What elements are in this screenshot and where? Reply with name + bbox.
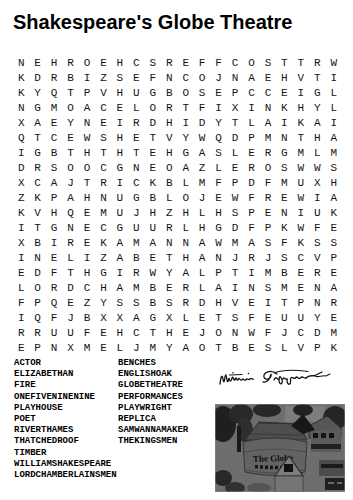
- grid-cell[interactable]: Q: [46, 295, 62, 310]
- grid-cell[interactable]: X: [13, 235, 29, 250]
- grid-cell[interactable]: T: [62, 265, 78, 280]
- grid-cell[interactable]: C: [46, 130, 62, 145]
- grid-cell[interactable]: E: [260, 310, 276, 325]
- grid-cell[interactable]: I: [13, 310, 29, 325]
- grid-cell[interactable]: A: [326, 190, 342, 205]
- grid-cell[interactable]: D: [227, 130, 243, 145]
- grid-cell[interactable]: D: [145, 115, 161, 130]
- grid-cell[interactable]: O: [79, 160, 95, 175]
- grid-cell[interactable]: V: [227, 295, 243, 310]
- grid-cell[interactable]: K: [13, 70, 29, 85]
- grid-cell[interactable]: O: [79, 55, 95, 70]
- grid-cell[interactable]: H: [161, 145, 177, 160]
- grid-cell[interactable]: C: [29, 175, 45, 190]
- grid-cell[interactable]: U: [46, 325, 62, 340]
- grid-cell[interactable]: M: [128, 235, 144, 250]
- grid-cell[interactable]: Y: [161, 265, 177, 280]
- grid-cell[interactable]: R: [161, 55, 177, 70]
- grid-cell[interactable]: A: [243, 70, 259, 85]
- grid-cell[interactable]: U: [293, 175, 309, 190]
- grid-cell[interactable]: R: [161, 100, 177, 115]
- grid-cell[interactable]: L: [128, 100, 144, 115]
- grid-cell[interactable]: A: [326, 280, 342, 295]
- grid-cell[interactable]: D: [227, 220, 243, 235]
- grid-cell[interactable]: N: [13, 100, 29, 115]
- grid-cell[interactable]: I: [326, 70, 342, 85]
- grid-cell[interactable]: X: [13, 115, 29, 130]
- grid-cell[interactable]: V: [29, 205, 45, 220]
- grid-cell[interactable]: H: [326, 175, 342, 190]
- grid-cell[interactable]: P: [326, 250, 342, 265]
- grid-cell[interactable]: F: [260, 175, 276, 190]
- grid-cell[interactable]: H: [112, 55, 128, 70]
- grid-cell[interactable]: E: [95, 340, 111, 355]
- grid-cell[interactable]: H: [46, 205, 62, 220]
- grid-cell[interactable]: E: [46, 250, 62, 265]
- grid-cell[interactable]: D: [309, 325, 325, 340]
- grid-cell[interactable]: H: [293, 100, 309, 115]
- grid-cell[interactable]: M: [326, 325, 342, 340]
- grid-cell[interactable]: E: [29, 55, 45, 70]
- grid-cell[interactable]: O: [29, 280, 45, 295]
- grid-cell[interactable]: Y: [309, 100, 325, 115]
- grid-cell[interactable]: T: [276, 295, 292, 310]
- grid-cell[interactable]: G: [276, 145, 292, 160]
- grid-cell[interactable]: K: [13, 205, 29, 220]
- grid-cell[interactable]: E: [79, 220, 95, 235]
- grid-cell[interactable]: T: [29, 220, 45, 235]
- grid-cell[interactable]: P: [260, 220, 276, 235]
- grid-cell[interactable]: Q: [29, 310, 45, 325]
- grid-cell[interactable]: W: [79, 130, 95, 145]
- grid-cell[interactable]: I: [13, 250, 29, 265]
- grid-cell[interactable]: R: [62, 235, 78, 250]
- grid-cell[interactable]: R: [46, 280, 62, 295]
- grid-cell[interactable]: H: [79, 145, 95, 160]
- grid-cell[interactable]: M: [128, 280, 144, 295]
- grid-cell[interactable]: D: [13, 160, 29, 175]
- grid-cell[interactable]: D: [62, 280, 78, 295]
- grid-cell[interactable]: M: [260, 265, 276, 280]
- grid-cell[interactable]: E: [243, 145, 259, 160]
- grid-cell[interactable]: P: [227, 85, 243, 100]
- grid-cell[interactable]: R: [243, 250, 259, 265]
- grid-cell[interactable]: T: [161, 250, 177, 265]
- grid-cell[interactable]: W: [293, 160, 309, 175]
- grid-cell[interactable]: S: [112, 295, 128, 310]
- grid-cell[interactable]: K: [276, 100, 292, 115]
- grid-cell[interactable]: G: [112, 220, 128, 235]
- grid-cell[interactable]: C: [95, 220, 111, 235]
- grid-cell[interactable]: E: [276, 190, 292, 205]
- grid-cell[interactable]: H: [276, 70, 292, 85]
- grid-cell[interactable]: L: [178, 310, 194, 325]
- grid-cell[interactable]: I: [79, 70, 95, 85]
- grid-cell[interactable]: S: [260, 280, 276, 295]
- grid-cell[interactable]: W: [243, 325, 259, 340]
- grid-cell[interactable]: B: [276, 265, 292, 280]
- grid-cell[interactable]: N: [128, 160, 144, 175]
- grid-cell[interactable]: I: [309, 190, 325, 205]
- grid-cell[interactable]: Z: [95, 70, 111, 85]
- grid-cell[interactable]: L: [227, 145, 243, 160]
- grid-cell[interactable]: F: [145, 70, 161, 85]
- grid-cell[interactable]: D: [29, 70, 45, 85]
- grid-cell[interactable]: K: [326, 340, 342, 355]
- grid-cell[interactable]: M: [194, 175, 210, 190]
- grid-cell[interactable]: C: [128, 175, 144, 190]
- grid-cell[interactable]: K: [293, 115, 309, 130]
- grid-cell[interactable]: U: [293, 310, 309, 325]
- grid-cell[interactable]: F: [309, 220, 325, 235]
- grid-cell[interactable]: E: [293, 265, 309, 280]
- grid-cell[interactable]: B: [161, 85, 177, 100]
- grid-cell[interactable]: F: [13, 295, 29, 310]
- grid-cell[interactable]: O: [194, 70, 210, 85]
- grid-cell[interactable]: U: [112, 205, 128, 220]
- grid-cell[interactable]: H: [95, 280, 111, 295]
- grid-cell[interactable]: T: [178, 100, 194, 115]
- grid-cell[interactable]: V: [293, 340, 309, 355]
- grid-cell[interactable]: E: [276, 85, 292, 100]
- grid-cell[interactable]: T: [79, 175, 95, 190]
- grid-cell[interactable]: A: [178, 265, 194, 280]
- grid-cell[interactable]: E: [178, 55, 194, 70]
- grid-cell[interactable]: R: [243, 160, 259, 175]
- grid-cell[interactable]: R: [13, 325, 29, 340]
- grid-cell[interactable]: E: [210, 190, 226, 205]
- grid-cell[interactable]: R: [128, 115, 144, 130]
- grid-cell[interactable]: A: [326, 130, 342, 145]
- grid-cell[interactable]: Y: [178, 130, 194, 145]
- grid-cell[interactable]: M: [276, 175, 292, 190]
- grid-cell[interactable]: X: [13, 175, 29, 190]
- grid-cell[interactable]: N: [210, 250, 226, 265]
- grid-cell[interactable]: H: [46, 55, 62, 70]
- grid-cell[interactable]: J: [227, 250, 243, 265]
- grid-cell[interactable]: O: [145, 100, 161, 115]
- grid-cell[interactable]: N: [62, 220, 78, 235]
- grid-cell[interactable]: T: [293, 130, 309, 145]
- grid-cell[interactable]: I: [243, 265, 259, 280]
- grid-cell[interactable]: L: [13, 280, 29, 295]
- grid-cell[interactable]: A: [194, 250, 210, 265]
- grid-cell[interactable]: E: [46, 115, 62, 130]
- grid-cell[interactable]: F: [276, 235, 292, 250]
- grid-cell[interactable]: S: [227, 205, 243, 220]
- grid-cell[interactable]: F: [210, 55, 226, 70]
- grid-cell[interactable]: T: [128, 145, 144, 160]
- grid-cell[interactable]: T: [95, 145, 111, 160]
- grid-cell[interactable]: O: [161, 160, 177, 175]
- grid-cell[interactable]: F: [243, 220, 259, 235]
- grid-cell[interactable]: C: [243, 85, 259, 100]
- grid-cell[interactable]: N: [260, 100, 276, 115]
- grid-cell[interactable]: D: [29, 265, 45, 280]
- grid-cell[interactable]: A: [29, 115, 45, 130]
- grid-cell[interactable]: U: [276, 310, 292, 325]
- grid-cell[interactable]: A: [46, 175, 62, 190]
- grid-cell[interactable]: H: [112, 325, 128, 340]
- grid-cell[interactable]: L: [243, 115, 259, 130]
- grid-cell[interactable]: J: [194, 190, 210, 205]
- grid-cell[interactable]: B: [145, 280, 161, 295]
- grid-cell[interactable]: C: [293, 250, 309, 265]
- grid-cell[interactable]: P: [293, 295, 309, 310]
- grid-cell[interactable]: E: [145, 250, 161, 265]
- grid-cell[interactable]: K: [276, 220, 292, 235]
- grid-cell[interactable]: Y: [95, 295, 111, 310]
- grid-cell[interactable]: G: [145, 85, 161, 100]
- grid-cell[interactable]: E: [13, 265, 29, 280]
- grid-cell[interactable]: F: [260, 325, 276, 340]
- grid-cell[interactable]: A: [145, 235, 161, 250]
- grid-cell[interactable]: X: [227, 100, 243, 115]
- grid-cell[interactable]: T: [145, 325, 161, 340]
- grid-cell[interactable]: J: [194, 325, 210, 340]
- grid-cell[interactable]: W: [227, 190, 243, 205]
- grid-cell[interactable]: F: [194, 55, 210, 70]
- grid-cell[interactable]: I: [276, 115, 292, 130]
- grid-cell[interactable]: S: [309, 235, 325, 250]
- grid-cell[interactable]: B: [128, 250, 144, 265]
- grid-cell[interactable]: H: [112, 145, 128, 160]
- grid-cell[interactable]: K: [293, 235, 309, 250]
- grid-cell[interactable]: Z: [95, 250, 111, 265]
- grid-cell[interactable]: E: [194, 310, 210, 325]
- grid-cell[interactable]: G: [178, 145, 194, 160]
- grid-cell[interactable]: T: [210, 310, 226, 325]
- grid-cell[interactable]: I: [13, 220, 29, 235]
- grid-cell[interactable]: B: [62, 70, 78, 85]
- grid-cell[interactable]: A: [112, 250, 128, 265]
- grid-cell[interactable]: L: [62, 250, 78, 265]
- grid-cell[interactable]: M: [260, 130, 276, 145]
- grid-cell[interactable]: M: [326, 145, 342, 160]
- grid-cell[interactable]: G: [128, 190, 144, 205]
- grid-cell[interactable]: E: [293, 280, 309, 295]
- grid-cell[interactable]: O: [62, 160, 78, 175]
- grid-cell[interactable]: E: [145, 160, 161, 175]
- grid-cell[interactable]: D: [243, 175, 259, 190]
- grid-cell[interactable]: O: [178, 85, 194, 100]
- grid-cell[interactable]: F: [243, 190, 259, 205]
- grid-cell[interactable]: O: [243, 55, 259, 70]
- grid-cell[interactable]: X: [112, 310, 128, 325]
- grid-cell[interactable]: B: [145, 190, 161, 205]
- grid-cell[interactable]: T: [62, 85, 78, 100]
- grid-cell[interactable]: Z: [161, 205, 177, 220]
- grid-cell[interactable]: S: [95, 130, 111, 145]
- grid-cell[interactable]: E: [161, 280, 177, 295]
- grid-cell[interactable]: G: [112, 160, 128, 175]
- grid-cell[interactable]: I: [13, 145, 29, 160]
- grid-cell[interactable]: T: [309, 70, 325, 85]
- grid-cell[interactable]: H: [178, 250, 194, 265]
- grid-cell[interactable]: Q: [62, 205, 78, 220]
- grid-cell[interactable]: Y: [161, 340, 177, 355]
- grid-cell[interactable]: S: [227, 310, 243, 325]
- grid-cell[interactable]: T: [62, 145, 78, 160]
- grid-cell[interactable]: L: [276, 340, 292, 355]
- grid-cell[interactable]: M: [227, 235, 243, 250]
- grid-cell[interactable]: I: [112, 265, 128, 280]
- grid-cell[interactable]: T: [210, 340, 226, 355]
- grid-cell[interactable]: H: [79, 190, 95, 205]
- grid-cell[interactable]: L: [194, 265, 210, 280]
- grid-cell[interactable]: P: [243, 130, 259, 145]
- grid-cell[interactable]: S: [260, 340, 276, 355]
- grid-cell[interactable]: K: [326, 205, 342, 220]
- grid-cell[interactable]: R: [260, 145, 276, 160]
- grid-cell[interactable]: N: [13, 55, 29, 70]
- grid-cell[interactable]: H: [145, 205, 161, 220]
- grid-cell[interactable]: U: [309, 205, 325, 220]
- grid-cell[interactable]: V: [309, 250, 325, 265]
- grid-cell[interactable]: Y: [210, 115, 226, 130]
- grid-cell[interactable]: F: [210, 175, 226, 190]
- grid-cell[interactable]: N: [227, 325, 243, 340]
- grid-cell[interactable]: E: [178, 325, 194, 340]
- grid-cell[interactable]: B: [46, 145, 62, 160]
- grid-cell[interactable]: H: [79, 265, 95, 280]
- grid-cell[interactable]: K: [29, 190, 45, 205]
- grid-cell[interactable]: S: [161, 295, 177, 310]
- grid-cell[interactable]: N: [178, 235, 194, 250]
- grid-cell[interactable]: O: [62, 100, 78, 115]
- grid-cell[interactable]: R: [29, 325, 45, 340]
- grid-cell[interactable]: N: [79, 115, 95, 130]
- grid-cell[interactable]: G: [95, 265, 111, 280]
- grid-cell[interactable]: T: [293, 55, 309, 70]
- grid-cell[interactable]: Y: [29, 85, 45, 100]
- grid-cell[interactable]: M: [95, 205, 111, 220]
- grid-cell[interactable]: Y: [62, 115, 78, 130]
- grid-cell[interactable]: H: [210, 205, 226, 220]
- grid-cell[interactable]: N: [243, 280, 259, 295]
- grid-cell[interactable]: O: [178, 190, 194, 205]
- grid-cell[interactable]: E: [243, 340, 259, 355]
- grid-cell[interactable]: P: [46, 190, 62, 205]
- grid-cell[interactable]: U: [128, 220, 144, 235]
- grid-cell[interactable]: I: [293, 85, 309, 100]
- grid-cell[interactable]: S: [112, 70, 128, 85]
- grid-cell[interactable]: G: [309, 85, 325, 100]
- grid-cell[interactable]: L: [178, 220, 194, 235]
- grid-cell[interactable]: E: [62, 295, 78, 310]
- grid-cell[interactable]: C: [79, 280, 95, 295]
- grid-cell[interactable]: O: [260, 160, 276, 175]
- grid-cell[interactable]: G: [29, 100, 45, 115]
- grid-cell[interactable]: D: [194, 295, 210, 310]
- grid-cell[interactable]: O: [210, 325, 226, 340]
- grid-cell[interactable]: S: [326, 235, 342, 250]
- grid-cell[interactable]: I: [326, 115, 342, 130]
- grid-cell[interactable]: J: [210, 70, 226, 85]
- grid-cell[interactable]: N: [309, 295, 325, 310]
- grid-cell[interactable]: J: [128, 340, 144, 355]
- grid-cell[interactable]: C: [293, 325, 309, 340]
- grid-cell[interactable]: N: [29, 250, 45, 265]
- grid-cell[interactable]: R: [178, 280, 194, 295]
- grid-cell[interactable]: I: [260, 295, 276, 310]
- grid-cell[interactable]: T: [227, 115, 243, 130]
- grid-cell[interactable]: E: [62, 130, 78, 145]
- grid-cell[interactable]: E: [95, 115, 111, 130]
- grid-cell[interactable]: E: [112, 100, 128, 115]
- grid-cell[interactable]: T: [145, 130, 161, 145]
- grid-cell[interactable]: E: [210, 85, 226, 100]
- grid-cell[interactable]: D: [194, 115, 210, 130]
- grid-cell[interactable]: I: [112, 115, 128, 130]
- grid-cell[interactable]: P: [309, 340, 325, 355]
- grid-cell[interactable]: A: [194, 235, 210, 250]
- grid-cell[interactable]: N: [46, 340, 62, 355]
- grid-cell[interactable]: I: [243, 100, 259, 115]
- grid-cell[interactable]: J: [128, 205, 144, 220]
- grid-cell[interactable]: M: [145, 340, 161, 355]
- grid-cell[interactable]: W: [326, 55, 342, 70]
- grid-cell[interactable]: C: [227, 55, 243, 70]
- grid-cell[interactable]: E: [95, 325, 111, 340]
- grid-cell[interactable]: E: [326, 220, 342, 235]
- grid-cell[interactable]: Q: [210, 130, 226, 145]
- grid-cell[interactable]: N: [95, 190, 111, 205]
- grid-cell[interactable]: V: [161, 130, 177, 145]
- grid-cell[interactable]: E: [227, 160, 243, 175]
- grid-cell[interactable]: G: [46, 220, 62, 235]
- grid-cell[interactable]: M: [293, 145, 309, 160]
- grid-cell[interactable]: R: [309, 55, 325, 70]
- grid-cell[interactable]: H: [309, 130, 325, 145]
- grid-cell[interactable]: U: [112, 190, 128, 205]
- grid-cell[interactable]: S: [194, 85, 210, 100]
- grid-cell[interactable]: N: [276, 130, 292, 145]
- grid-cell[interactable]: F: [79, 325, 95, 340]
- grid-cell[interactable]: H: [210, 295, 226, 310]
- grid-cell[interactable]: H: [161, 325, 177, 340]
- grid-cell[interactable]: V: [95, 85, 111, 100]
- grid-cell[interactable]: Q: [46, 85, 62, 100]
- grid-cell[interactable]: E: [13, 340, 29, 355]
- grid-cell[interactable]: I: [46, 235, 62, 250]
- grid-cell[interactable]: L: [210, 160, 226, 175]
- grid-cell[interactable]: T: [276, 55, 292, 70]
- grid-cell[interactable]: S: [260, 55, 276, 70]
- grid-cell[interactable]: N: [227, 70, 243, 85]
- grid-cell[interactable]: T: [227, 265, 243, 280]
- grid-cell[interactable]: G: [145, 310, 161, 325]
- grid-cell[interactable]: N: [161, 70, 177, 85]
- grid-cell[interactable]: A: [112, 280, 128, 295]
- grid-cell[interactable]: A: [243, 235, 259, 250]
- grid-cell[interactable]: F: [243, 310, 259, 325]
- grid-cell[interactable]: P: [243, 205, 259, 220]
- grid-cell[interactable]: C: [128, 55, 144, 70]
- grid-cell[interactable]: L: [194, 205, 210, 220]
- grid-cell[interactable]: I: [210, 100, 226, 115]
- grid-cell[interactable]: F: [46, 310, 62, 325]
- grid-cell[interactable]: L: [194, 280, 210, 295]
- grid-cell[interactable]: K: [13, 85, 29, 100]
- grid-cell[interactable]: A: [128, 310, 144, 325]
- grid-cell[interactable]: J: [260, 250, 276, 265]
- grid-cell[interactable]: Z: [79, 295, 95, 310]
- grid-cell[interactable]: R: [128, 265, 144, 280]
- grid-cell[interactable]: T: [29, 130, 45, 145]
- grid-cell[interactable]: G: [29, 145, 45, 160]
- grid-cell[interactable]: E: [260, 205, 276, 220]
